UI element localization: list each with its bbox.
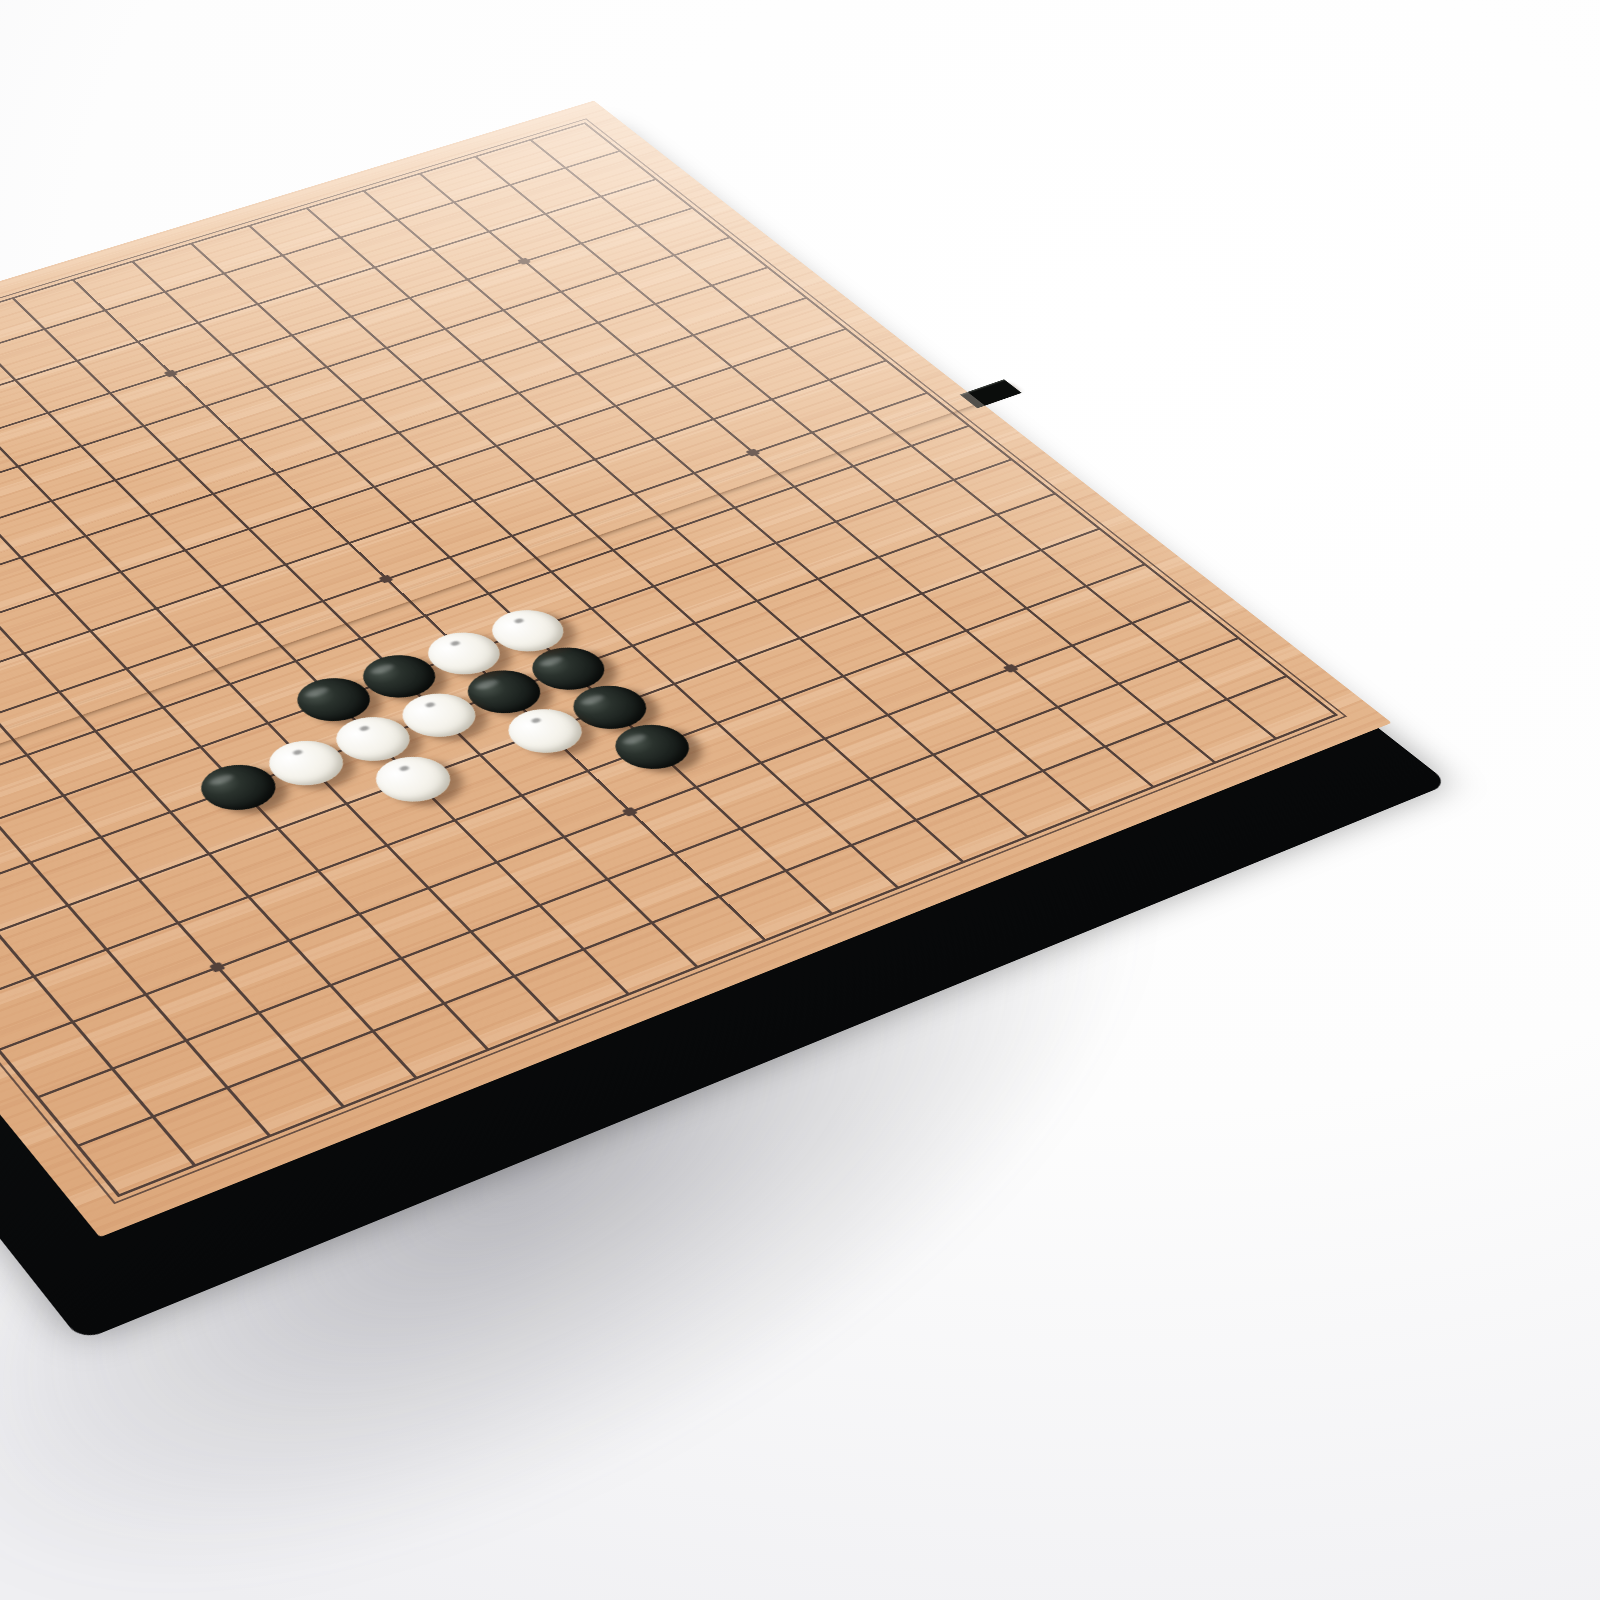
hinge-icon — [960, 379, 1022, 408]
product-photo-scene: ●●●●●●●○○○○○○○ Folding magnetic 19x19 go… — [0, 0, 1600, 1600]
go-board: ●●●●●●●○○○○○○○ — [0, 0, 1134, 1327]
board-frame: ●●●●●●●○○○○○○○ — [0, 75, 1457, 1287]
